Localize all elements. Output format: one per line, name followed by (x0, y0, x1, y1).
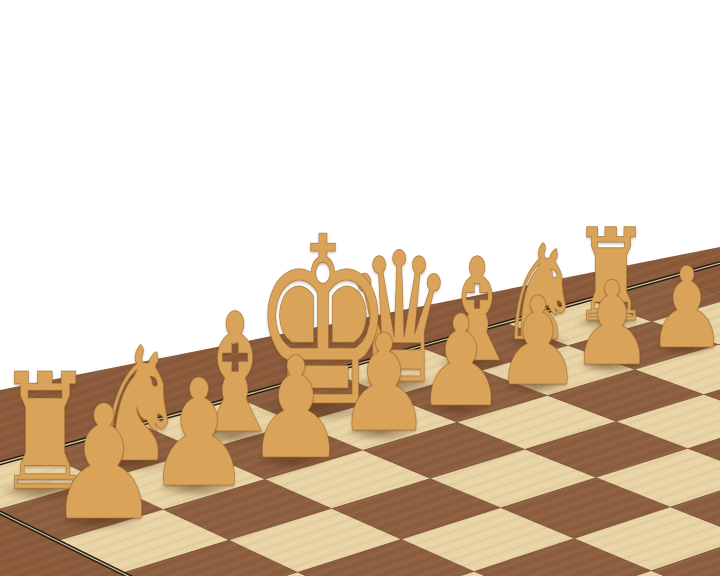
piece-white-pawn-a2[interactable]: ♟︎ (647, 252, 720, 364)
chess-photo-scene: ♜︎♞︎♟︎♝︎♟︎♛︎♟︎♚︎♟︎♟︎♝︎♟︎♞︎♟︎♜︎♟︎ (0, 0, 720, 576)
piece-white-pawn-c2[interactable]: ♟︎ (494, 281, 582, 403)
piece-white-pawn-b2[interactable]: ♟︎ (570, 266, 653, 382)
piece-white-pawn-f2[interactable]: ♟︎ (246, 339, 346, 479)
piece-white-pawn-h2[interactable]: ♟︎ (47, 384, 160, 542)
piece-white-pawn-e2[interactable]: ♟︎ (336, 317, 432, 451)
piece-white-pawn-g2[interactable]: ♟︎ (146, 360, 252, 508)
